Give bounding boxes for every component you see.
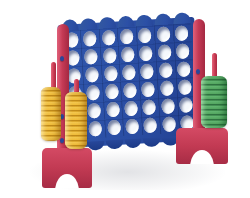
board-cell (82, 65, 101, 84)
board-cell (139, 80, 159, 99)
board-cell (174, 59, 194, 78)
empty-hole (162, 117, 176, 133)
board-cell (99, 28, 119, 47)
empty-hole (143, 100, 157, 116)
empty-hole (139, 45, 153, 61)
board-cell (102, 82, 122, 101)
board-cell (154, 24, 173, 43)
empty-hole (102, 48, 116, 64)
board-cell (172, 23, 192, 42)
board-cell (101, 64, 121, 83)
empty-hole (106, 102, 120, 118)
empty-hole (179, 97, 193, 113)
empty-hole (83, 31, 97, 47)
board-cell (119, 63, 138, 82)
board-cell (141, 116, 161, 135)
board-cell (81, 47, 100, 66)
empty-hole (124, 101, 138, 117)
empty-hole (84, 49, 98, 65)
board-cell (120, 81, 139, 100)
rivet-icon (60, 138, 64, 143)
empty-hole (86, 85, 100, 101)
board-cell (173, 41, 193, 60)
rivet-icon (196, 69, 200, 74)
left-arched-foot (42, 148, 92, 188)
empty-hole (123, 83, 137, 99)
yellow-ring-stack-back (41, 87, 61, 141)
empty-hole (104, 66, 118, 82)
board-cell (136, 44, 156, 63)
board-cell (135, 25, 155, 44)
board-cell (121, 99, 140, 118)
empty-hole (125, 119, 139, 135)
empty-hole (176, 43, 190, 59)
empty-hole (156, 26, 170, 42)
board-cell (86, 119, 105, 138)
board-cell (157, 79, 176, 98)
board-cell (158, 97, 177, 116)
green-ring-stack (201, 76, 227, 128)
empty-hole (177, 61, 191, 77)
empty-hole (122, 65, 136, 81)
empty-hole (141, 82, 155, 98)
empty-hole (159, 62, 173, 78)
board-cell (103, 100, 123, 119)
empty-hole (160, 80, 174, 96)
board-cell (100, 46, 120, 65)
board-cell (175, 78, 195, 97)
empty-hole (138, 27, 152, 43)
empty-hole (175, 25, 189, 41)
rivet-icon (60, 56, 64, 61)
empty-hole (120, 28, 134, 44)
board-cell (117, 27, 136, 46)
rail-scallop (124, 138, 142, 148)
yellow-ring-stack-front (65, 92, 87, 149)
right-arched-foot (176, 128, 228, 164)
board-cell (140, 98, 160, 117)
empty-hole (88, 121, 102, 137)
board-cell (122, 117, 141, 136)
empty-hole (158, 44, 172, 60)
board-cell (138, 62, 158, 81)
empty-hole (85, 67, 99, 83)
empty-hole (101, 29, 115, 45)
empty-hole (140, 63, 154, 79)
board-cell (85, 101, 104, 120)
empty-hole (178, 79, 192, 95)
empty-hole (161, 99, 175, 115)
empty-hole (107, 120, 121, 136)
rail-scallop (143, 137, 161, 147)
board-cell (155, 42, 174, 61)
board-cell (104, 118, 124, 137)
board-cell (80, 29, 99, 48)
empty-hole (121, 46, 135, 62)
empty-hole (105, 84, 119, 100)
empty-hole (144, 118, 158, 134)
rail-scallop (105, 139, 123, 149)
board-cell (118, 45, 137, 64)
board-cell (156, 61, 175, 80)
product-photo (0, 0, 250, 198)
empty-hole (87, 103, 101, 119)
